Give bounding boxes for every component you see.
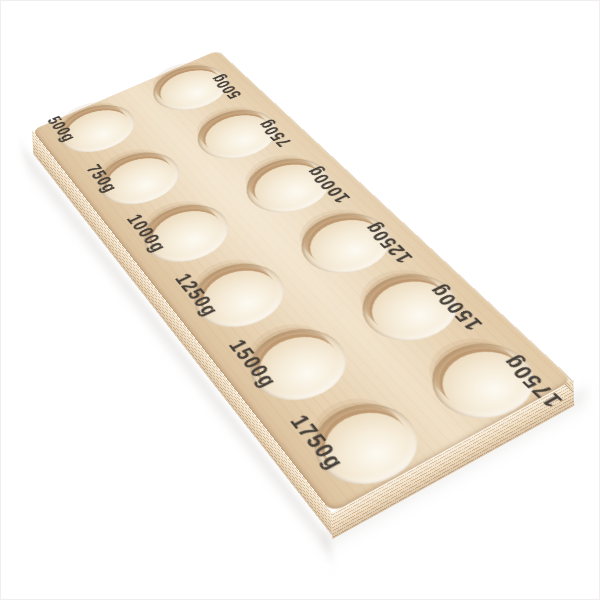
product-photo-canvas: 500g 500g 750g 750g 1000g 1000g 1250g 12… xyxy=(0,0,600,600)
weight-board-top: 500g 500g 750g 750g 1000g 1000g 1250g 12… xyxy=(32,50,573,513)
